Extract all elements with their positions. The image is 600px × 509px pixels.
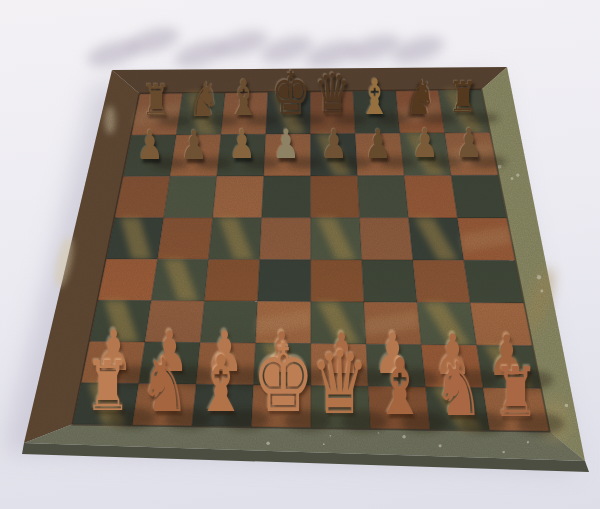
piece-black-bishop-f8[interactable]: ♝: [356, 72, 393, 121]
piece-black-rook-h8[interactable]: ♜: [447, 77, 479, 120]
piece-black-pawn-e7[interactable]: ♟: [319, 124, 349, 164]
piece-black-pawn-b7[interactable]: ♟: [179, 124, 209, 164]
piece-white-bishop-f1[interactable]: ♝: [371, 349, 429, 427]
piece-black-pawn-g7[interactable]: ♟: [410, 123, 440, 163]
piece-white-queen-e1[interactable]: ♛: [307, 339, 372, 426]
piece-black-knight-g8[interactable]: ♞: [403, 73, 438, 120]
piece-black-pawn-a7[interactable]: ♟: [135, 125, 165, 165]
piece-white-knight-g1[interactable]: ♞: [431, 352, 487, 427]
piece-black-pawn-c7[interactable]: ♟: [227, 124, 257, 164]
piece-black-bishop-c8[interactable]: ♝: [225, 73, 262, 122]
piece-cast-shadow: [389, 32, 447, 68]
piece-white-knight-b1[interactable]: ♞: [136, 349, 192, 424]
piece-black-knight-b8[interactable]: ♞: [187, 75, 222, 122]
piece-black-pawn-d7[interactable]: ♟: [271, 124, 301, 164]
piece-white-rook-a1[interactable]: ♜: [82, 354, 133, 422]
piece-white-bishop-c1[interactable]: ♝: [192, 346, 250, 424]
piece-black-pawn-h7[interactable]: ♟: [454, 123, 484, 163]
piece-black-pawn-f7[interactable]: ♟: [363, 124, 393, 164]
piece-cast-shadow: [345, 30, 403, 66]
piece-black-king-d8[interactable]: ♚: [269, 64, 313, 123]
photo-scene: ♜♞♝♚♛♝♞♜♟♟♟♟♟♟♟♟♟♟♟♟♟♟♟♟♜♞♝♚♛♝♞♜: [0, 0, 600, 509]
piece-white-rook-h1[interactable]: ♜: [491, 359, 542, 427]
piece-black-queen-e8[interactable]: ♛: [312, 67, 353, 122]
piece-black-rook-a8[interactable]: ♜: [140, 80, 172, 123]
